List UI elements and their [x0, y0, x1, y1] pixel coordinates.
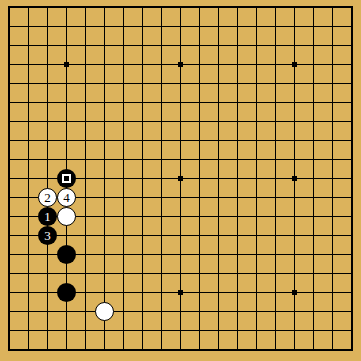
- square-marker-icon: [62, 174, 71, 183]
- stone-black-d4: [57, 283, 76, 302]
- star-point: [178, 176, 183, 181]
- star-point: [178, 62, 183, 67]
- move-number-label: 1: [44, 210, 51, 223]
- move-number-label: 2: [44, 191, 51, 204]
- stone-black-3: 3: [38, 226, 57, 245]
- move-number-label: 4: [63, 191, 70, 204]
- stone-white-4: 4: [57, 188, 76, 207]
- star-point: [292, 290, 297, 295]
- star-point: [292, 176, 297, 181]
- stone-black-d6: [57, 245, 76, 264]
- stone-white-2: 2: [38, 188, 57, 207]
- stone-white-d8: [57, 207, 76, 226]
- star-point: [64, 62, 69, 67]
- star-point: [292, 62, 297, 67]
- stone-black-d10: [57, 169, 76, 188]
- board-grid-overlay: 2413: [0, 0, 361, 359]
- star-point: [178, 290, 183, 295]
- stone-black-1: 1: [38, 207, 57, 226]
- move-number-label: 3: [44, 229, 51, 242]
- stone-white-f3: [95, 302, 114, 321]
- goban[interactable]: 2413: [0, 0, 361, 361]
